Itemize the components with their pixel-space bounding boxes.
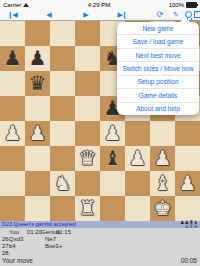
- move-number: 28.: [2, 250, 10, 257]
- square-a1[interactable]: [0, 196, 25, 221]
- menu-item-new-game[interactable]: New game: [117, 22, 199, 35]
- white-bishop-g2: ♝: [150, 171, 175, 196]
- menu-item-game-details[interactable]: Game details: [117, 89, 199, 102]
- move-row: 27. b4 Bxe3+: [0, 243, 200, 250]
- square-d3[interactable]: ♛: [75, 146, 100, 171]
- white-pawn-f3: ♟: [125, 146, 150, 171]
- status-bar: Carrier 4:29 PM 100%: [0, 0, 200, 10]
- square-c5[interactable]: [50, 96, 75, 121]
- square-d7[interactable]: [75, 46, 100, 71]
- square-c7[interactable]: [50, 46, 75, 71]
- square-d6[interactable]: [75, 71, 100, 96]
- black-queen-b6: ♛: [25, 71, 50, 96]
- move-panel: You 01:20 Genius 01:15 26. Qxd3 Ne7 27. …: [0, 228, 200, 266]
- square-e4[interactable]: ♟: [100, 121, 125, 146]
- square-c2[interactable]: ♞: [50, 171, 75, 196]
- clock-label: 4:29 PM: [88, 2, 110, 8]
- square-c4[interactable]: [50, 121, 75, 146]
- wifi-icon: [23, 3, 29, 7]
- skip-to-start-icon[interactable]: ❙◀: [6, 10, 18, 20]
- toolbar: ❙◀ ◀ ▶ ▶❙ ⟳ ✎: [0, 10, 200, 21]
- move-row: 26. Qxd3 Ne7: [0, 236, 200, 243]
- black-move: Bxe3+: [45, 243, 62, 250]
- square-d4[interactable]: [75, 121, 100, 146]
- popover-menu: New gameSave / load gameNext best moveSw…: [117, 22, 199, 115]
- black-bishop-e3: ♝: [100, 146, 125, 171]
- white-rook-d1: ♜: [75, 196, 100, 221]
- captured-pieces-tray: ♟♟♜♝ ♟♜♞: [180, 221, 198, 228]
- white-pawn-e4: ♟: [100, 121, 125, 146]
- carrier-label: Carrier: [3, 2, 21, 8]
- menu-item-about-and-help[interactable]: About and help: [117, 103, 199, 115]
- square-c8[interactable]: [50, 21, 75, 46]
- square-g2[interactable]: ♝: [150, 171, 175, 196]
- square-a5[interactable]: [0, 96, 25, 121]
- current-move-clock: 00:05: [181, 257, 197, 264]
- white-pawn-b4: ♟: [25, 121, 50, 146]
- square-a3[interactable]: [0, 146, 25, 171]
- skip-to-end-icon[interactable]: ▶❙: [116, 10, 128, 20]
- square-d1[interactable]: ♜: [75, 196, 100, 221]
- square-h3[interactable]: [175, 146, 200, 171]
- square-d5[interactable]: [75, 96, 100, 121]
- square-b8[interactable]: [25, 21, 50, 46]
- menu-item-save-load-game[interactable]: Save / load game: [117, 35, 199, 48]
- square-a8[interactable]: [0, 21, 25, 46]
- square-a7[interactable]: ♟: [0, 46, 25, 71]
- square-b4[interactable]: ♟: [25, 121, 50, 146]
- menu-item-next-best-move[interactable]: Next best move: [117, 49, 199, 62]
- step-back-icon[interactable]: ◀: [44, 10, 54, 20]
- square-c6[interactable]: [50, 71, 75, 96]
- white-pawn-g3: ♟: [150, 146, 175, 171]
- step-forward-icon[interactable]: ▶: [81, 10, 91, 20]
- square-h2[interactable]: ♟: [175, 171, 200, 196]
- square-b1[interactable]: [25, 196, 50, 221]
- square-f4[interactable]: [125, 121, 150, 146]
- white-queen-d3: ♛: [75, 146, 100, 171]
- square-d2[interactable]: [75, 171, 100, 196]
- players-header-row: You 01:20 Genius 01:15: [0, 229, 200, 236]
- turn-status: Your move: [2, 257, 33, 264]
- square-b6[interactable]: ♛: [25, 71, 50, 96]
- white-knight-c2: ♞: [50, 171, 75, 196]
- square-b7[interactable]: ♟: [25, 46, 50, 71]
- square-c3[interactable]: [50, 146, 75, 171]
- menu-item-setup-position[interactable]: Setup position: [117, 76, 199, 89]
- menu-item-switch-sides-move-now[interactable]: Switch sides / Move now: [117, 62, 199, 75]
- opening-bar: D23 Queen's gambit accepted ♟♟♜♝ ♟♜♞: [0, 221, 200, 228]
- black-clock: 01:15: [56, 229, 71, 236]
- square-e1[interactable]: [100, 196, 125, 221]
- square-b5[interactable]: [25, 96, 50, 121]
- square-g1[interactable]: ♚: [150, 196, 175, 221]
- square-a4[interactable]: ♟: [0, 121, 25, 146]
- white-player-name: You: [9, 229, 19, 236]
- black-pawn-a7: ♟: [0, 46, 25, 71]
- white-move: b4: [9, 243, 16, 250]
- square-b3[interactable]: [25, 146, 50, 171]
- black-pawn-b7: ♟: [25, 46, 50, 71]
- white-clock: 01:20: [27, 229, 42, 236]
- black-move: Ne7: [45, 236, 56, 243]
- square-g3[interactable]: ♟: [150, 146, 175, 171]
- square-e3[interactable]: ♝: [100, 146, 125, 171]
- status-row: Your move 00:05: [0, 257, 200, 264]
- square-a2[interactable]: [0, 171, 25, 196]
- square-d8[interactable]: [75, 21, 100, 46]
- white-move: Qxd3: [9, 236, 23, 243]
- square-f2[interactable]: [125, 171, 150, 196]
- refresh-icon[interactable]: ⟳: [155, 10, 165, 20]
- square-h1[interactable]: [175, 196, 200, 221]
- square-f1[interactable]: [125, 196, 150, 221]
- battery-percent: 100%: [169, 2, 184, 8]
- white-pawn-h2: ♟: [175, 171, 200, 196]
- share-menu-icon[interactable]: [193, 10, 200, 20]
- opening-name: D23 Queen's gambit accepted: [2, 221, 76, 227]
- move-row: 28.: [0, 250, 200, 257]
- white-pawn-a4: ♟: [0, 121, 25, 146]
- square-a6[interactable]: [0, 71, 25, 96]
- square-e2[interactable]: [100, 171, 125, 196]
- square-f3[interactable]: ♟: [125, 146, 150, 171]
- square-b2[interactable]: [25, 171, 50, 196]
- square-g4[interactable]: [150, 121, 175, 146]
- white-king-g1: ♚: [150, 196, 175, 221]
- square-c1[interactable]: [50, 196, 75, 221]
- square-h4[interactable]: [175, 121, 200, 146]
